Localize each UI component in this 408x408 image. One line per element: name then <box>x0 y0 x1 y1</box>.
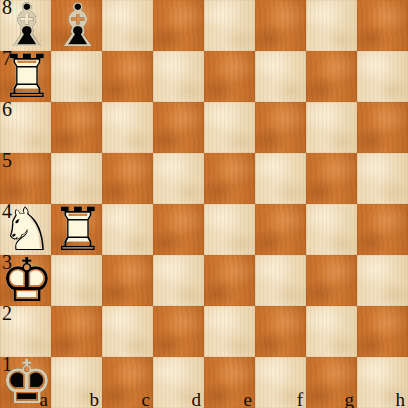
square-h8[interactable] <box>357 0 408 51</box>
square-g6[interactable] <box>306 102 357 153</box>
square-c6[interactable] <box>102 102 153 153</box>
square-h2[interactable] <box>357 306 408 357</box>
square-a1[interactable]: 1a♚♔ <box>0 357 51 408</box>
square-c5[interactable] <box>102 153 153 204</box>
square-d2[interactable] <box>153 306 204 357</box>
square-e4[interactable] <box>204 204 255 255</box>
square-d7[interactable] <box>153 51 204 102</box>
rank-label-4: 4 <box>2 200 12 223</box>
square-h7[interactable] <box>357 51 408 102</box>
white-rook-fill-glyph: ♜ <box>51 204 105 255</box>
file-label-h: h <box>396 389 406 408</box>
square-f8[interactable] <box>255 0 306 51</box>
square-g1[interactable]: g <box>306 357 357 408</box>
rank-label-3: 3 <box>2 251 12 274</box>
file-label-e: e <box>244 389 252 408</box>
square-d8[interactable] <box>153 0 204 51</box>
square-c3[interactable] <box>102 255 153 306</box>
square-f5[interactable] <box>255 153 306 204</box>
square-g4[interactable] <box>306 204 357 255</box>
square-f4[interactable] <box>255 204 306 255</box>
file-label-f: f <box>297 389 303 408</box>
square-e3[interactable] <box>204 255 255 306</box>
square-b3[interactable] <box>51 255 102 306</box>
chess-board: 8♝♗♝♗7♜♖654♞♘♜♖3♚♔21a♚♔bcdefgh <box>0 0 408 408</box>
rank-label-2: 2 <box>2 302 12 325</box>
square-g3[interactable] <box>306 255 357 306</box>
square-a5[interactable]: 5 <box>0 153 51 204</box>
square-c1[interactable]: c <box>102 357 153 408</box>
file-label-c: c <box>142 389 150 408</box>
square-d1[interactable]: d <box>153 357 204 408</box>
square-h1[interactable]: h <box>357 357 408 408</box>
square-f3[interactable] <box>255 255 306 306</box>
white-rook-outline-glyph: ♖ <box>51 204 105 255</box>
square-e5[interactable] <box>204 153 255 204</box>
black-bishop-outline-glyph: ♗ <box>51 0 105 51</box>
rank-label-5: 5 <box>2 149 12 172</box>
square-b8[interactable]: ♝♗ <box>51 0 102 51</box>
square-d3[interactable] <box>153 255 204 306</box>
square-a4[interactable]: 4♞♘ <box>0 204 51 255</box>
square-a7[interactable]: 7♜♖ <box>0 51 51 102</box>
rank-label-6: 6 <box>2 98 12 121</box>
rank-label-1: 1 <box>2 353 12 376</box>
rank-label-7: 7 <box>2 47 12 70</box>
square-g5[interactable] <box>306 153 357 204</box>
square-c2[interactable] <box>102 306 153 357</box>
square-a3[interactable]: 3♚♔ <box>0 255 51 306</box>
white-rook-icon: ♜♖ <box>51 204 102 255</box>
square-d5[interactable] <box>153 153 204 204</box>
square-b5[interactable] <box>51 153 102 204</box>
square-h5[interactable] <box>357 153 408 204</box>
square-b2[interactable] <box>51 306 102 357</box>
square-e7[interactable] <box>204 51 255 102</box>
square-d6[interactable] <box>153 102 204 153</box>
square-f7[interactable] <box>255 51 306 102</box>
square-g7[interactable] <box>306 51 357 102</box>
square-b4[interactable]: ♜♖ <box>51 204 102 255</box>
square-f6[interactable] <box>255 102 306 153</box>
square-e8[interactable] <box>204 0 255 51</box>
square-c8[interactable] <box>102 0 153 51</box>
rank-label-8: 8 <box>2 0 12 19</box>
black-bishop-icon: ♝♗ <box>51 0 102 51</box>
file-label-b: b <box>90 389 100 408</box>
square-h6[interactable] <box>357 102 408 153</box>
file-label-d: d <box>192 389 202 408</box>
square-c7[interactable] <box>102 51 153 102</box>
square-e2[interactable] <box>204 306 255 357</box>
square-h4[interactable] <box>357 204 408 255</box>
square-b7[interactable] <box>51 51 102 102</box>
square-e6[interactable] <box>204 102 255 153</box>
square-d4[interactable] <box>153 204 204 255</box>
square-b1[interactable]: b <box>51 357 102 408</box>
file-label-g: g <box>345 389 355 408</box>
square-b6[interactable] <box>51 102 102 153</box>
square-e1[interactable]: e <box>204 357 255 408</box>
square-h3[interactable] <box>357 255 408 306</box>
square-a8[interactable]: 8♝♗ <box>0 0 51 51</box>
square-f1[interactable]: f <box>255 357 306 408</box>
square-c4[interactable] <box>102 204 153 255</box>
square-g8[interactable] <box>306 0 357 51</box>
file-label-a: a <box>40 389 48 408</box>
square-g2[interactable] <box>306 306 357 357</box>
black-bishop-fill-glyph: ♝ <box>51 0 105 51</box>
square-f2[interactable] <box>255 306 306 357</box>
square-a2[interactable]: 2 <box>0 306 51 357</box>
square-a6[interactable]: 6 <box>0 102 51 153</box>
